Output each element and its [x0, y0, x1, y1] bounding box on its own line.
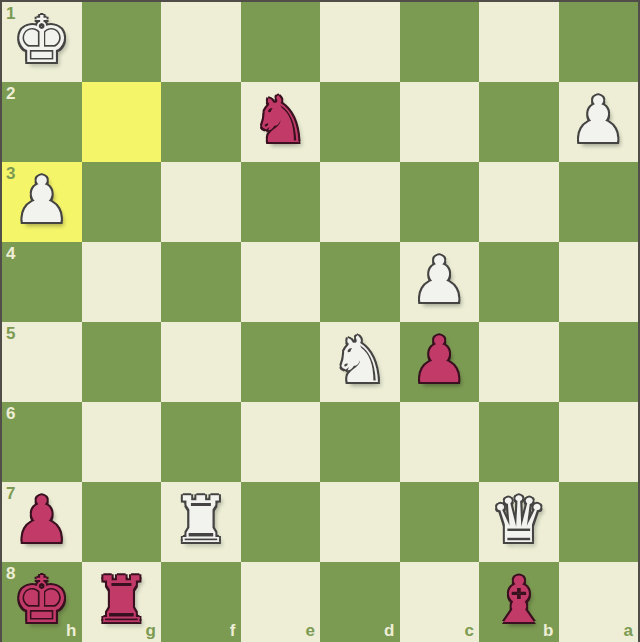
- square-g7[interactable]: [82, 482, 162, 562]
- square-c5[interactable]: ♟: [400, 322, 480, 402]
- square-a7[interactable]: [559, 482, 639, 562]
- square-a4[interactable]: [559, 242, 639, 322]
- square-f6[interactable]: [161, 402, 241, 482]
- file-label-e: e: [306, 622, 315, 639]
- square-d1[interactable]: [320, 2, 400, 82]
- black-knight[interactable]: ♞: [252, 88, 309, 152]
- square-c4[interactable]: ♟: [400, 242, 480, 322]
- square-e6[interactable]: [241, 402, 321, 482]
- square-h8[interactable]: 8h♚: [2, 562, 82, 642]
- white-king[interactable]: ♚: [13, 8, 70, 72]
- square-g8[interactable]: g♜: [82, 562, 162, 642]
- square-c8[interactable]: c: [400, 562, 480, 642]
- square-h3[interactable]: 3♟: [2, 162, 82, 242]
- square-e7[interactable]: [241, 482, 321, 562]
- square-h5[interactable]: 5: [2, 322, 82, 402]
- rank-label-5: 5: [6, 325, 15, 342]
- square-h2[interactable]: 2: [2, 82, 82, 162]
- square-h7[interactable]: 7♟: [2, 482, 82, 562]
- square-a1[interactable]: [559, 2, 639, 82]
- square-g1[interactable]: [82, 2, 162, 82]
- black-king[interactable]: ♚: [13, 568, 70, 632]
- square-f7[interactable]: ♜: [161, 482, 241, 562]
- square-f3[interactable]: [161, 162, 241, 242]
- square-a3[interactable]: [559, 162, 639, 242]
- square-c3[interactable]: [400, 162, 480, 242]
- square-e8[interactable]: e: [241, 562, 321, 642]
- square-b4[interactable]: [479, 242, 559, 322]
- square-e2[interactable]: ♞: [241, 82, 321, 162]
- chess-board: 1♚2♞♟3♟4♟5♞♟67♟♜♛8h♚g♜fedcb♝a: [2, 2, 638, 642]
- file-label-f: f: [230, 622, 236, 639]
- black-bishop[interactable]: ♝: [490, 568, 547, 632]
- square-f2[interactable]: [161, 82, 241, 162]
- square-d6[interactable]: [320, 402, 400, 482]
- square-b1[interactable]: [479, 2, 559, 82]
- square-c2[interactable]: [400, 82, 480, 162]
- rank-label-2: 2: [6, 85, 15, 102]
- square-a6[interactable]: [559, 402, 639, 482]
- square-d2[interactable]: [320, 82, 400, 162]
- white-queen[interactable]: ♛: [490, 488, 547, 552]
- white-rook[interactable]: ♜: [172, 488, 229, 552]
- square-f1[interactable]: [161, 2, 241, 82]
- square-f5[interactable]: [161, 322, 241, 402]
- square-a2[interactable]: ♟: [559, 82, 639, 162]
- black-pawn[interactable]: ♟: [13, 488, 70, 552]
- rank-label-6: 6: [6, 405, 15, 422]
- file-label-c: c: [465, 622, 474, 639]
- square-d7[interactable]: [320, 482, 400, 562]
- square-c6[interactable]: [400, 402, 480, 482]
- square-g5[interactable]: [82, 322, 162, 402]
- square-h6[interactable]: 6: [2, 402, 82, 482]
- black-rook[interactable]: ♜: [93, 568, 150, 632]
- chess-board-frame: 1♚2♞♟3♟4♟5♞♟67♟♜♛8h♚g♜fedcb♝a: [0, 0, 640, 642]
- white-pawn[interactable]: ♟: [411, 248, 468, 312]
- square-f4[interactable]: [161, 242, 241, 322]
- square-d8[interactable]: d: [320, 562, 400, 642]
- square-a8[interactable]: a: [559, 562, 639, 642]
- square-g6[interactable]: [82, 402, 162, 482]
- square-b3[interactable]: [479, 162, 559, 242]
- square-e1[interactable]: [241, 2, 321, 82]
- white-pawn[interactable]: ♟: [570, 88, 627, 152]
- square-a5[interactable]: [559, 322, 639, 402]
- square-b5[interactable]: [479, 322, 559, 402]
- square-b8[interactable]: b♝: [479, 562, 559, 642]
- rank-label-4: 4: [6, 245, 15, 262]
- square-g3[interactable]: [82, 162, 162, 242]
- square-d3[interactable]: [320, 162, 400, 242]
- square-h4[interactable]: 4: [2, 242, 82, 322]
- square-d5[interactable]: ♞: [320, 322, 400, 402]
- file-label-a: a: [624, 622, 633, 639]
- file-label-d: d: [384, 622, 394, 639]
- square-g2[interactable]: [82, 82, 162, 162]
- square-c7[interactable]: [400, 482, 480, 562]
- square-e5[interactable]: [241, 322, 321, 402]
- square-b6[interactable]: [479, 402, 559, 482]
- square-f8[interactable]: f: [161, 562, 241, 642]
- square-e3[interactable]: [241, 162, 321, 242]
- square-e4[interactable]: [241, 242, 321, 322]
- square-d4[interactable]: [320, 242, 400, 322]
- square-h1[interactable]: 1♚: [2, 2, 82, 82]
- white-pawn[interactable]: ♟: [13, 168, 70, 232]
- square-c1[interactable]: [400, 2, 480, 82]
- square-b7[interactable]: ♛: [479, 482, 559, 562]
- square-b2[interactable]: [479, 82, 559, 162]
- square-g4[interactable]: [82, 242, 162, 322]
- black-pawn[interactable]: ♟: [411, 328, 468, 392]
- white-knight[interactable]: ♞: [331, 328, 388, 392]
